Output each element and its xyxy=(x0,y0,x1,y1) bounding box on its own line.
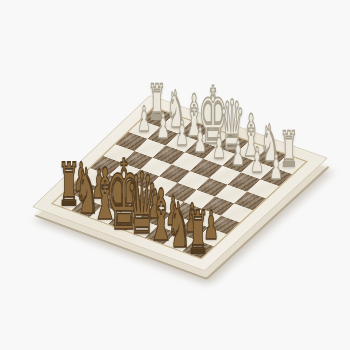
chess-set-photo: ♜♞♝♚♛♝♞♜♟♟♟♟♟♟♟♟♟♟♟♟♟♟♟♟♜♞♝♚♛♝♞♜ xyxy=(0,0,350,350)
board-scene: ♜♞♝♚♛♝♞♜♟♟♟♟♟♟♟♟♟♟♟♟♟♟♟♟♜♞♝♚♛♝♞♜ xyxy=(0,0,350,350)
chess-board xyxy=(32,95,328,271)
